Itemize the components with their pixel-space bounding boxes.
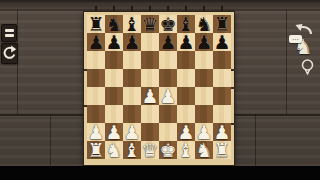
white-bishop[interactable]: ♝ [177,141,195,159]
black-pawn[interactable]: ♟ [123,33,141,51]
square-a4[interactable] [87,87,105,105]
white-queen[interactable]: ♛ [141,141,159,159]
square-g4[interactable] [195,87,213,105]
square-d3[interactable] [141,105,159,123]
white-rook[interactable]: ♜ [87,141,105,159]
black-pawn[interactable]: ♟ [105,33,123,51]
black-pawn[interactable]: ♟ [177,33,195,51]
frame-notch [84,69,87,71]
white-knight[interactable]: ♞ [195,141,213,159]
frame-nail [185,6,187,11]
square-c1[interactable]: ♝ [123,141,141,159]
black-pawn[interactable]: ♟ [87,33,105,51]
frame-notch [231,69,235,71]
square-d6[interactable] [141,51,159,69]
app-screen: ♜♞♝♛♚♝♞♜♟♟♟♟♟♟♟♟♟♟♟♟♟♟♟♟♜♞♝♛♚♝♞♜ [0,0,320,180]
square-f7[interactable]: ♟ [177,33,195,51]
square-d8[interactable]: ♛ [141,15,159,33]
bottom-black-bar [0,166,320,180]
square-c4[interactable] [123,87,141,105]
white-rook[interactable]: ♜ [213,141,231,159]
black-pawn[interactable]: ♟ [159,33,177,51]
square-b6[interactable] [105,51,123,69]
square-e7[interactable]: ♟ [159,33,177,51]
frame-nail [167,6,169,11]
square-d1[interactable]: ♛ [141,141,159,159]
square-b1[interactable]: ♞ [105,141,123,159]
frame-nail [95,6,97,11]
frame-nail [203,6,205,11]
square-g7[interactable]: ♟ [195,33,213,51]
white-bishop[interactable]: ♝ [123,141,141,159]
square-b4[interactable] [105,87,123,105]
white-king[interactable]: ♚ [159,141,177,159]
square-e1[interactable]: ♚ [159,141,177,159]
square-c7[interactable]: ♟ [123,33,141,51]
circular-arrow-icon [2,44,17,63]
square-d4[interactable]: ♟ [141,87,159,105]
black-queen[interactable]: ♛ [141,15,159,33]
hint-button[interactable] [300,57,316,79]
thinking-dots: … [292,34,299,42]
square-c5[interactable] [123,69,141,87]
square-e3[interactable] [159,105,177,123]
square-h6[interactable] [213,51,231,69]
square-e4[interactable]: ♟ [159,87,177,105]
chess-board-frame: ♜♞♝♛♚♝♞♜♟♟♟♟♟♟♟♟♟♟♟♟♟♟♟♟♜♞♝♛♚♝♞♜ [83,11,235,166]
chess-board[interactable]: ♜♞♝♛♚♝♞♜♟♟♟♟♟♟♟♟♟♟♟♟♟♟♟♟♜♞♝♛♚♝♞♜ [87,15,231,159]
lightbulb-icon [300,57,316,79]
square-c6[interactable] [123,51,141,69]
wood-seam [286,10,287,114]
square-g6[interactable] [195,51,213,69]
square-f4[interactable] [177,87,195,105]
frame-notch [231,87,235,89]
frame-nail [149,6,151,11]
frame-nail [131,6,133,11]
square-a5[interactable] [87,69,105,87]
thinking-bubble: … [289,35,302,43]
white-knight[interactable]: ♞ [105,141,123,159]
wood-seam [50,114,51,166]
menu-button[interactable] [1,24,17,42]
square-h7[interactable]: ♟ [213,33,231,51]
square-g5[interactable] [195,69,213,87]
square-f6[interactable] [177,51,195,69]
square-a6[interactable] [87,51,105,69]
square-h5[interactable] [213,69,231,87]
black-pawn[interactable]: ♟ [213,33,231,51]
square-a1[interactable]: ♜ [87,141,105,159]
square-b5[interactable] [105,69,123,87]
square-f5[interactable] [177,69,195,87]
square-e6[interactable] [159,51,177,69]
wood-seam [255,114,256,166]
square-b7[interactable]: ♟ [105,33,123,51]
square-d7[interactable] [141,33,159,51]
square-g1[interactable]: ♞ [195,141,213,159]
undo-button[interactable] [1,43,18,64]
frame-notch [231,123,235,125]
square-h1[interactable]: ♜ [213,141,231,159]
white-pawn[interactable]: ♟ [141,87,159,105]
black-pawn[interactable]: ♟ [195,33,213,51]
white-pawn[interactable]: ♟ [159,87,177,105]
square-f1[interactable]: ♝ [177,141,195,159]
square-h4[interactable] [213,87,231,105]
frame-notch [84,105,87,107]
frame-nail [113,6,115,11]
square-a7[interactable]: ♟ [87,33,105,51]
frame-nail [221,6,223,11]
computer-player-indicator[interactable]: ♞ … [291,35,317,59]
